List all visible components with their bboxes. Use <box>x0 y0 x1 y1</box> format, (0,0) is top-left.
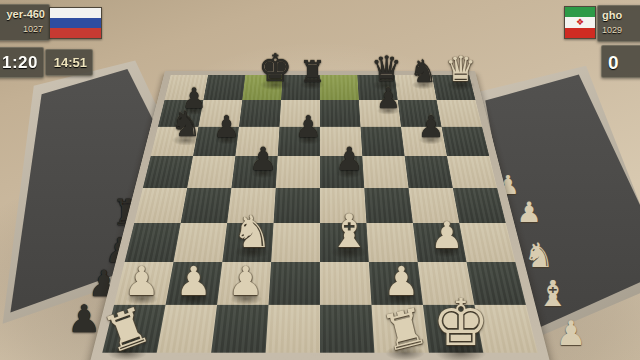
square-f3[interactable] <box>366 223 417 262</box>
square-a4[interactable] <box>134 188 187 223</box>
square-e7[interactable] <box>320 100 361 127</box>
player-left-rating: 1027 <box>23 24 43 34</box>
piece-wp-c2[interactable]: ♟ <box>228 261 264 301</box>
captured-wn: ♞ <box>524 238 554 272</box>
timer-left-sub: 14:51 <box>45 49 93 76</box>
piece-bp-d6[interactable]: ♟ <box>295 112 322 142</box>
square-b5[interactable] <box>187 156 235 188</box>
piece-br-d8[interactable]: ♜ <box>299 57 326 87</box>
russia-flag-icon <box>49 7 102 39</box>
square-d5[interactable] <box>276 156 320 188</box>
piece-bp-f7[interactable]: ♟ <box>376 85 401 113</box>
piece-wq-h8[interactable]: ♛ <box>445 52 476 87</box>
square-c7[interactable] <box>239 100 281 127</box>
piece-bk-c8[interactable]: ♚ <box>258 49 292 87</box>
square-b4[interactable] <box>181 188 232 223</box>
square-a5[interactable] <box>143 156 193 188</box>
game-screen: ♝♜♟♟♟ ♟♟♞♝♟ ♚♜♛♞♛♟♟♞♟♟♟♟♟♞♝♟♟♟♟♟♜♜♚ yer-… <box>0 0 640 360</box>
square-f4[interactable] <box>364 188 413 223</box>
square-f5[interactable] <box>362 156 408 188</box>
square-h5[interactable] <box>447 156 497 188</box>
timer-left-main: 1:20 <box>0 47 44 78</box>
square-g5[interactable] <box>405 156 453 188</box>
piece-wp-g3[interactable]: ♟ <box>430 217 463 254</box>
square-d3[interactable] <box>271 223 320 262</box>
iran-emblem-icon: ❖ <box>576 18 584 27</box>
square-d2[interactable] <box>269 262 320 305</box>
captured-bp: ♟ <box>67 300 101 338</box>
square-a3[interactable] <box>125 223 181 262</box>
square-d4[interactable] <box>274 188 320 223</box>
square-e2[interactable] <box>320 262 371 305</box>
piece-wp-f2[interactable]: ♟ <box>383 261 419 301</box>
piece-wb-e3[interactable]: ♝ <box>329 208 370 254</box>
iran-flag-icon: ❖ <box>564 6 596 39</box>
player-left-name: yer-460 <box>6 8 45 20</box>
piece-bp-b6[interactable]: ♟ <box>213 112 240 142</box>
piece-bn-a6[interactable]: ♞ <box>170 107 201 142</box>
square-h6[interactable] <box>442 127 490 156</box>
piece-bn-g8[interactable]: ♞ <box>410 56 438 87</box>
player-right-panel: gho 1029 <box>597 5 640 42</box>
piece-wn-c3[interactable]: ♞ <box>232 210 271 254</box>
piece-bp-c5[interactable]: ♟ <box>249 143 278 175</box>
captured-wb: ♝ <box>537 276 569 312</box>
timer-right-main: 0 <box>601 45 640 78</box>
square-b3[interactable] <box>174 223 228 262</box>
square-c1[interactable] <box>211 305 268 353</box>
player-right-rating: 1029 <box>602 25 622 35</box>
piece-wp-a2[interactable]: ♟ <box>124 261 160 301</box>
player-right-name: gho <box>602 9 622 21</box>
square-e1[interactable] <box>320 305 374 353</box>
piece-bp-g6[interactable]: ♟ <box>418 112 445 142</box>
square-f6[interactable] <box>361 127 405 156</box>
piece-wk-g1[interactable]: ♚ <box>432 291 489 355</box>
square-d1[interactable] <box>266 305 320 353</box>
piece-wp-b2[interactable]: ♟ <box>176 261 212 301</box>
square-h3[interactable] <box>459 223 515 262</box>
captured-wp: ♟ <box>516 199 541 227</box>
player-left-panel: yer-460 1027 <box>0 4 50 41</box>
piece-bp-e5[interactable]: ♟ <box>335 143 364 175</box>
captured-wp: ♟ <box>556 316 586 350</box>
square-b8[interactable] <box>203 75 245 100</box>
square-b1[interactable] <box>157 305 217 353</box>
